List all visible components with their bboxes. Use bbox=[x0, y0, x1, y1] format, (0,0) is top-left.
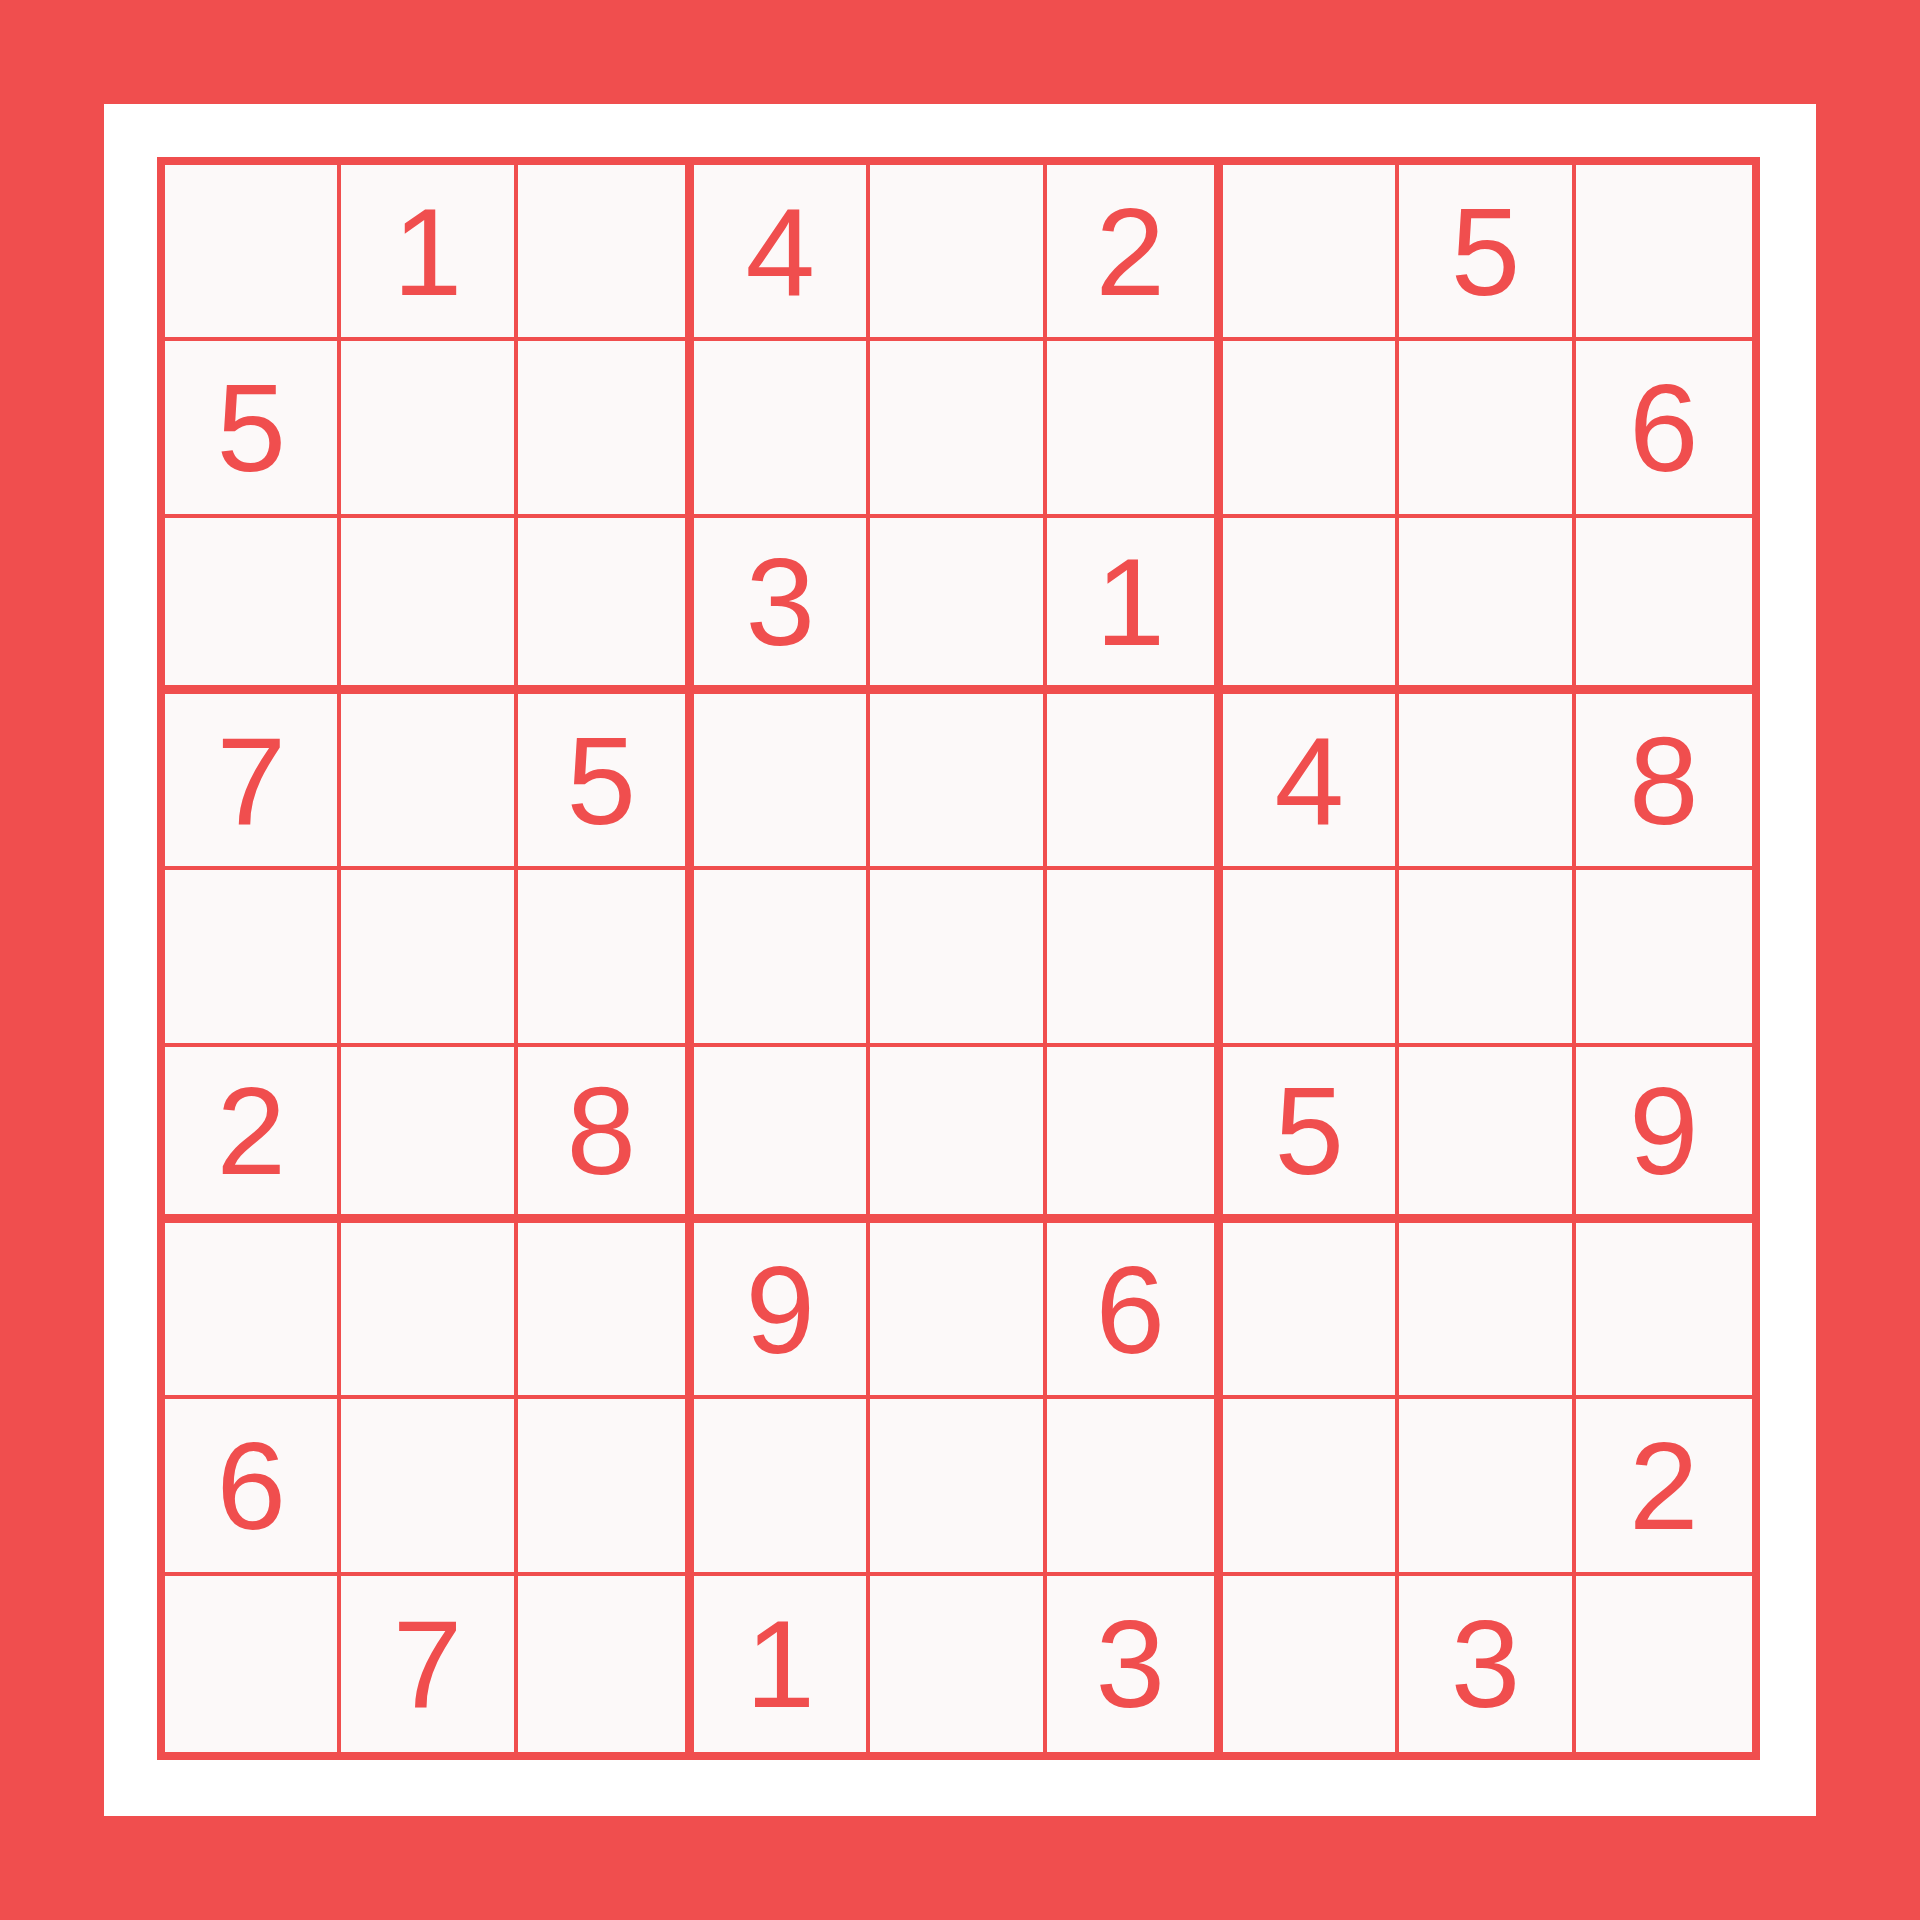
cell-r4c5[interactable] bbox=[870, 694, 1046, 870]
cell-r7c8[interactable] bbox=[1399, 1223, 1575, 1399]
cell-r2c9[interactable]: 6 bbox=[1576, 341, 1752, 517]
cell-r8c9[interactable]: 2 bbox=[1576, 1399, 1752, 1575]
given-digit: 3 bbox=[745, 539, 815, 664]
cell-r5c4[interactable] bbox=[694, 870, 870, 1046]
given-digit: 3 bbox=[1096, 1601, 1166, 1726]
cell-r6c5[interactable] bbox=[870, 1047, 1046, 1223]
cell-r4c1[interactable]: 7 bbox=[165, 694, 341, 870]
cell-r5c8[interactable] bbox=[1399, 870, 1575, 1046]
given-digit: 5 bbox=[1274, 1068, 1344, 1193]
cell-r1c9[interactable] bbox=[1576, 165, 1752, 341]
given-digit: 6 bbox=[1629, 365, 1699, 490]
cell-r3c3[interactable] bbox=[518, 518, 694, 694]
cell-r7c1[interactable] bbox=[165, 1223, 341, 1399]
cell-r3c2[interactable] bbox=[341, 518, 517, 694]
cell-r6c1[interactable]: 2 bbox=[165, 1047, 341, 1223]
cell-r7c6[interactable]: 6 bbox=[1047, 1223, 1223, 1399]
cell-r9c1[interactable] bbox=[165, 1576, 341, 1752]
cell-r6c4[interactable] bbox=[694, 1047, 870, 1223]
cell-r6c7[interactable]: 5 bbox=[1223, 1047, 1399, 1223]
cell-r8c8[interactable] bbox=[1399, 1399, 1575, 1575]
sudoku-board: 142556317548285996627133 bbox=[157, 157, 1760, 1760]
cell-r9c6[interactable]: 3 bbox=[1047, 1576, 1223, 1752]
cell-r1c7[interactable] bbox=[1223, 165, 1399, 341]
cell-r1c8[interactable]: 5 bbox=[1399, 165, 1575, 341]
given-digit: 5 bbox=[1451, 189, 1521, 314]
cell-r4c4[interactable] bbox=[694, 694, 870, 870]
cell-r9c4[interactable]: 1 bbox=[694, 1576, 870, 1752]
cell-r7c4[interactable]: 9 bbox=[694, 1223, 870, 1399]
cell-r9c3[interactable] bbox=[518, 1576, 694, 1752]
cell-r8c2[interactable] bbox=[341, 1399, 517, 1575]
cell-r1c1[interactable] bbox=[165, 165, 341, 341]
cell-r2c2[interactable] bbox=[341, 341, 517, 517]
cell-r4c2[interactable] bbox=[341, 694, 517, 870]
given-digit: 2 bbox=[1629, 1423, 1699, 1548]
given-digit: 1 bbox=[393, 189, 463, 314]
given-digit: 9 bbox=[745, 1247, 815, 1372]
cell-r5c3[interactable] bbox=[518, 870, 694, 1046]
given-digit: 8 bbox=[567, 1068, 637, 1193]
cell-r5c1[interactable] bbox=[165, 870, 341, 1046]
cell-r7c2[interactable] bbox=[341, 1223, 517, 1399]
cell-r6c9[interactable]: 9 bbox=[1576, 1047, 1752, 1223]
cell-r4c7[interactable]: 4 bbox=[1223, 694, 1399, 870]
cell-r2c1[interactable]: 5 bbox=[165, 341, 341, 517]
cell-r7c9[interactable] bbox=[1576, 1223, 1752, 1399]
cell-r6c6[interactable] bbox=[1047, 1047, 1223, 1223]
cell-r3c8[interactable] bbox=[1399, 518, 1575, 694]
given-digit: 3 bbox=[1451, 1601, 1521, 1726]
given-digit: 1 bbox=[745, 1601, 815, 1726]
cell-r8c3[interactable] bbox=[518, 1399, 694, 1575]
cell-r8c7[interactable] bbox=[1223, 1399, 1399, 1575]
cell-r7c3[interactable] bbox=[518, 1223, 694, 1399]
cell-r9c2[interactable]: 7 bbox=[341, 1576, 517, 1752]
given-digit: 7 bbox=[393, 1601, 463, 1726]
cell-r8c6[interactable] bbox=[1047, 1399, 1223, 1575]
cell-r8c4[interactable] bbox=[694, 1399, 870, 1575]
cell-r6c8[interactable] bbox=[1399, 1047, 1575, 1223]
given-digit: 7 bbox=[216, 718, 286, 843]
given-digit: 5 bbox=[567, 718, 637, 843]
cell-r9c9[interactable] bbox=[1576, 1576, 1752, 1752]
given-digit: 5 bbox=[216, 365, 286, 490]
cell-r1c2[interactable]: 1 bbox=[341, 165, 517, 341]
cell-r2c8[interactable] bbox=[1399, 341, 1575, 517]
cell-r8c5[interactable] bbox=[870, 1399, 1046, 1575]
given-digit: 2 bbox=[216, 1068, 286, 1193]
cell-r6c3[interactable]: 8 bbox=[518, 1047, 694, 1223]
cell-r5c6[interactable] bbox=[1047, 870, 1223, 1046]
given-digit: 6 bbox=[1096, 1247, 1166, 1372]
cell-r3c5[interactable] bbox=[870, 518, 1046, 694]
given-digit: 2 bbox=[1096, 189, 1166, 314]
cell-r4c3[interactable]: 5 bbox=[518, 694, 694, 870]
cell-r2c5[interactable] bbox=[870, 341, 1046, 517]
cell-r4c8[interactable] bbox=[1399, 694, 1575, 870]
cell-r6c2[interactable] bbox=[341, 1047, 517, 1223]
cell-r2c7[interactable] bbox=[1223, 341, 1399, 517]
cell-r1c3[interactable] bbox=[518, 165, 694, 341]
cell-r2c3[interactable] bbox=[518, 341, 694, 517]
given-digit: 6 bbox=[216, 1423, 286, 1548]
cell-r5c5[interactable] bbox=[870, 870, 1046, 1046]
outer-frame: 142556317548285996627133 bbox=[0, 0, 1920, 1920]
given-digit: 9 bbox=[1629, 1068, 1699, 1193]
cell-r1c5[interactable] bbox=[870, 165, 1046, 341]
cell-r7c5[interactable] bbox=[870, 1223, 1046, 1399]
cell-r4c6[interactable] bbox=[1047, 694, 1223, 870]
cell-r8c1[interactable]: 6 bbox=[165, 1399, 341, 1575]
cell-r7c7[interactable] bbox=[1223, 1223, 1399, 1399]
cell-r5c2[interactable] bbox=[341, 870, 517, 1046]
cell-r3c1[interactable] bbox=[165, 518, 341, 694]
board-mat: 142556317548285996627133 bbox=[104, 104, 1816, 1816]
cell-r9c5[interactable] bbox=[870, 1576, 1046, 1752]
given-digit: 4 bbox=[1274, 718, 1344, 843]
cell-r3c7[interactable] bbox=[1223, 518, 1399, 694]
cell-r3c9[interactable] bbox=[1576, 518, 1752, 694]
cell-r5c9[interactable] bbox=[1576, 870, 1752, 1046]
given-digit: 1 bbox=[1096, 539, 1166, 664]
cell-r5c7[interactable] bbox=[1223, 870, 1399, 1046]
given-digit: 8 bbox=[1629, 718, 1699, 843]
cell-r4c9[interactable]: 8 bbox=[1576, 694, 1752, 870]
given-digit: 4 bbox=[745, 189, 815, 314]
cell-r9c8[interactable]: 3 bbox=[1399, 1576, 1575, 1752]
cell-r2c6[interactable] bbox=[1047, 341, 1223, 517]
cell-r3c6[interactable]: 1 bbox=[1047, 518, 1223, 694]
cell-r2c4[interactable] bbox=[694, 341, 870, 517]
cell-r1c6[interactable]: 2 bbox=[1047, 165, 1223, 341]
cell-r3c4[interactable]: 3 bbox=[694, 518, 870, 694]
cell-r1c4[interactable]: 4 bbox=[694, 165, 870, 341]
cell-r9c7[interactable] bbox=[1223, 1576, 1399, 1752]
